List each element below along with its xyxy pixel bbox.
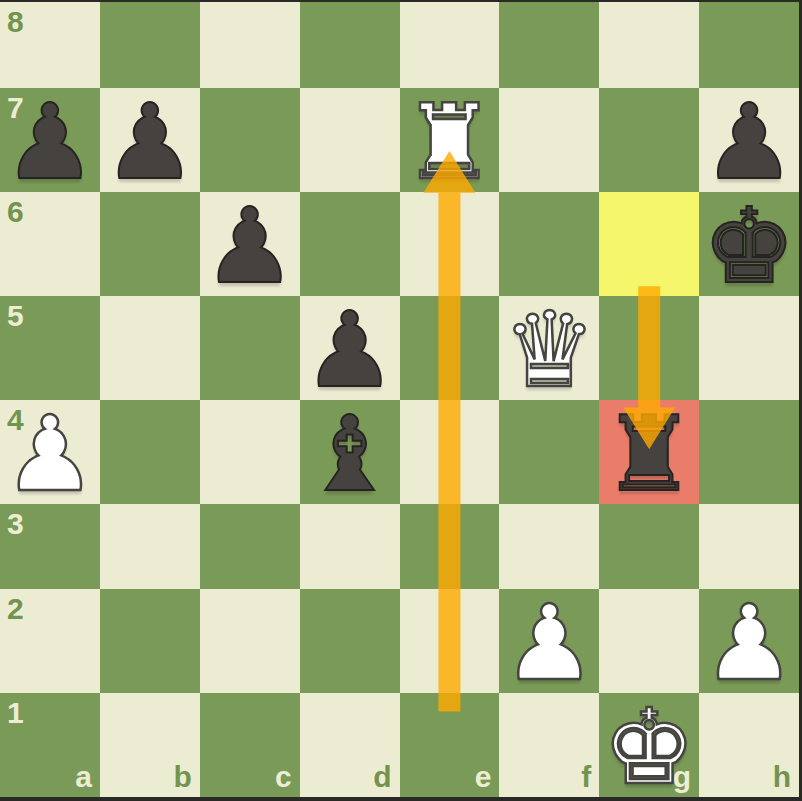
- black-rook[interactable]: ♜: [603, 402, 696, 506]
- square-c4[interactable]: [200, 400, 300, 504]
- square-h1[interactable]: h: [699, 693, 799, 797]
- square-e8[interactable]: [400, 2, 500, 88]
- square-c7[interactable]: [200, 88, 300, 192]
- square-b7[interactable]: ♟: [100, 88, 200, 192]
- black-pawn[interactable]: ♟: [203, 194, 296, 298]
- square-e5[interactable]: [400, 296, 500, 400]
- square-g3[interactable]: [599, 504, 699, 590]
- square-f5[interactable]: ♛: [499, 296, 599, 400]
- square-h5[interactable]: [699, 296, 799, 400]
- square-f7[interactable]: [499, 88, 599, 192]
- square-h8[interactable]: [699, 2, 799, 88]
- white-queen[interactable]: ♛: [503, 298, 596, 402]
- board-frame: 87♟♟♜♟6♟♚5♟♛4♟♝♜32♟♟1abcdefg♚h: [0, 0, 802, 801]
- square-d8[interactable]: [300, 2, 400, 88]
- square-e4[interactable]: [400, 400, 500, 504]
- black-king[interactable]: ♚: [702, 194, 795, 298]
- file-label-a: a: [75, 762, 92, 792]
- square-c8[interactable]: [200, 2, 300, 88]
- rank-label-1: 1: [7, 698, 24, 728]
- square-b4[interactable]: [100, 400, 200, 504]
- chess-board: 87♟♟♜♟6♟♚5♟♛4♟♝♜32♟♟1abcdefg♚h: [0, 2, 799, 797]
- square-a6[interactable]: 6: [0, 192, 100, 296]
- rank-label-2: 2: [7, 594, 24, 624]
- file-label-c: c: [275, 762, 292, 792]
- square-b5[interactable]: [100, 296, 200, 400]
- square-d2[interactable]: [300, 589, 400, 693]
- black-pawn[interactable]: ♟: [303, 298, 396, 402]
- square-g6[interactable]: [599, 192, 699, 296]
- black-pawn[interactable]: ♟: [702, 90, 795, 194]
- square-c3[interactable]: [200, 504, 300, 590]
- square-d4[interactable]: ♝: [300, 400, 400, 504]
- square-a8[interactable]: 8: [0, 2, 100, 88]
- square-e1[interactable]: e: [400, 693, 500, 797]
- rank-label-6: 6: [7, 197, 24, 227]
- square-f1[interactable]: f: [499, 693, 599, 797]
- square-a7[interactable]: 7♟: [0, 88, 100, 192]
- square-g5[interactable]: [599, 296, 699, 400]
- square-f2[interactable]: ♟: [499, 589, 599, 693]
- file-label-d: d: [373, 762, 391, 792]
- square-g2[interactable]: [599, 589, 699, 693]
- square-c2[interactable]: [200, 589, 300, 693]
- square-g4[interactable]: ♜: [599, 400, 699, 504]
- square-a3[interactable]: 3: [0, 504, 100, 590]
- white-pawn[interactable]: ♟: [503, 591, 596, 695]
- black-bishop[interactable]: ♝: [303, 402, 396, 506]
- square-a1[interactable]: 1a: [0, 693, 100, 797]
- black-pawn[interactable]: ♟: [103, 90, 196, 194]
- square-a5[interactable]: 5: [0, 296, 100, 400]
- square-h3[interactable]: [699, 504, 799, 590]
- square-f6[interactable]: [499, 192, 599, 296]
- square-d6[interactable]: [300, 192, 400, 296]
- square-c6[interactable]: ♟: [200, 192, 300, 296]
- square-b8[interactable]: [100, 2, 200, 88]
- square-d3[interactable]: [300, 504, 400, 590]
- square-d1[interactable]: d: [300, 693, 400, 797]
- square-d7[interactable]: [300, 88, 400, 192]
- white-pawn[interactable]: ♟: [702, 591, 795, 695]
- rank-label-3: 3: [7, 509, 24, 539]
- rank-label-5: 5: [7, 301, 24, 331]
- rank-label-8: 8: [7, 7, 24, 37]
- file-label-e: e: [475, 762, 492, 792]
- file-label-h: h: [773, 762, 791, 792]
- square-f4[interactable]: [499, 400, 599, 504]
- white-king[interactable]: ♚: [603, 695, 696, 799]
- square-e7[interactable]: ♜: [400, 88, 500, 192]
- square-e3[interactable]: [400, 504, 500, 590]
- square-g7[interactable]: [599, 88, 699, 192]
- square-f8[interactable]: [499, 2, 599, 88]
- square-f3[interactable]: [499, 504, 599, 590]
- square-b1[interactable]: b: [100, 693, 200, 797]
- white-rook[interactable]: ♜: [403, 90, 496, 194]
- file-label-b: b: [173, 762, 191, 792]
- square-c5[interactable]: [200, 296, 300, 400]
- square-c1[interactable]: c: [200, 693, 300, 797]
- square-b2[interactable]: [100, 589, 200, 693]
- square-h6[interactable]: ♚: [699, 192, 799, 296]
- square-h7[interactable]: ♟: [699, 88, 799, 192]
- square-a2[interactable]: 2: [0, 589, 100, 693]
- square-a4[interactable]: 4♟: [0, 400, 100, 504]
- black-pawn[interactable]: ♟: [3, 90, 96, 194]
- white-pawn[interactable]: ♟: [3, 402, 96, 506]
- square-g1[interactable]: g♚: [599, 693, 699, 797]
- square-b3[interactable]: [100, 504, 200, 590]
- square-b6[interactable]: [100, 192, 200, 296]
- square-h4[interactable]: [699, 400, 799, 504]
- square-d5[interactable]: ♟: [300, 296, 400, 400]
- square-e6[interactable]: [400, 192, 500, 296]
- square-e2[interactable]: [400, 589, 500, 693]
- square-g8[interactable]: [599, 2, 699, 88]
- file-label-f: f: [581, 762, 591, 792]
- square-h2[interactable]: ♟: [699, 589, 799, 693]
